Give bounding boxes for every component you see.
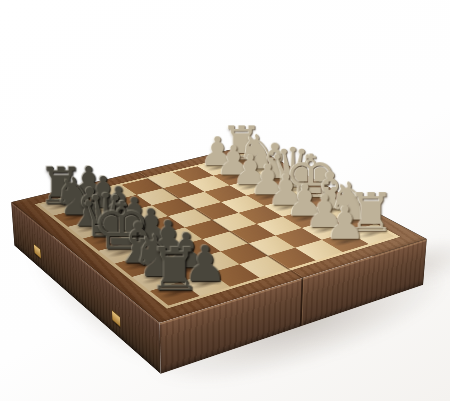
piece-black-rook-h8[interactable]: ♜ bbox=[147, 234, 201, 293]
chess-set-photo-scene: ♜♞♝♛♚♝♞♜♟♟♟♟♟♟♟♟♟♟♟♟♟♟♟♟♜♞♝♛♚♝♞♜ bbox=[0, 0, 450, 401]
square-h3[interactable] bbox=[295, 240, 342, 261]
square-h5[interactable] bbox=[239, 256, 287, 278]
square-g4[interactable] bbox=[248, 236, 295, 256]
square-f4[interactable] bbox=[230, 224, 276, 243]
square-h4[interactable] bbox=[268, 248, 316, 269]
piece-white-pawn-h2[interactable]: ♟ bbox=[320, 196, 370, 242]
square-g3[interactable] bbox=[275, 228, 321, 248]
